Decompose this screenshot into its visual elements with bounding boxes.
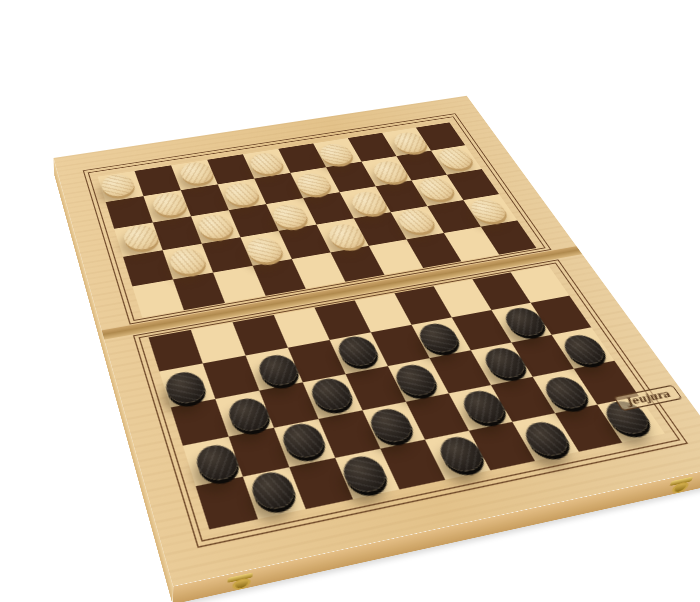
dark-checker-piece[interactable]: ●	[247, 469, 299, 512]
board-upper-panel: ○○○○○○○○○○○○○○○○○○○○	[53, 96, 576, 331]
board-square[interactable]	[149, 330, 203, 372]
board-square[interactable]: ●	[597, 396, 665, 442]
board-square[interactable]	[371, 325, 430, 366]
dark-checker-piece[interactable]: ●	[414, 321, 463, 355]
dark-checker-piece[interactable]: ●	[278, 421, 329, 461]
light-checker-piece[interactable]: ○	[195, 213, 236, 241]
dark-checker-piece[interactable]: ●	[433, 434, 488, 475]
dark-checker-piece[interactable]: ●	[539, 374, 593, 411]
board-square[interactable]: ●	[512, 413, 579, 461]
board-square[interactable]	[469, 422, 535, 470]
lower-grid: ●●●●●●●●●●●●●●●●●●●●	[149, 266, 665, 530]
board-square[interactable]: ●	[362, 402, 424, 449]
board-square[interactable]: ●	[471, 343, 533, 386]
board-square[interactable]: ●	[159, 363, 215, 407]
board-square[interactable]: ●	[183, 437, 243, 487]
dark-checker-piece[interactable]: ●	[519, 419, 575, 459]
product-photo: ○○○○○○○○○○○○○○○○○○○○ ●●●●●●●●●●●●●●●●●●●…	[0, 0, 700, 602]
board-square[interactable]	[233, 315, 288, 356]
brass-clasp-left	[227, 573, 253, 592]
dark-checker-piece[interactable]: ●	[254, 352, 302, 388]
board-square[interactable]	[191, 322, 246, 363]
dark-checker-piece[interactable]: ●	[499, 306, 549, 339]
board-square[interactable]	[315, 300, 371, 340]
board-square[interactable]: ●	[246, 348, 303, 391]
board-square[interactable]: ●	[243, 467, 306, 519]
board-square[interactable]	[196, 477, 258, 530]
board-square[interactable]: ●	[330, 332, 388, 374]
board-square[interactable]	[171, 399, 229, 446]
dark-checker-piece[interactable]: ●	[390, 362, 441, 398]
brand-label: Jeujura	[613, 385, 683, 411]
dark-checker-piece[interactable]: ●	[599, 398, 655, 437]
board-square[interactable]	[288, 340, 346, 382]
board-square[interactable]	[203, 356, 260, 399]
dark-checker-piece[interactable]: ●	[162, 369, 209, 406]
dark-checker-piece[interactable]: ●	[365, 406, 417, 445]
dark-checker-piece[interactable]: ●	[334, 334, 382, 369]
board-square[interactable]	[346, 366, 406, 410]
dark-checker-piece[interactable]: ●	[192, 442, 242, 483]
light-checker-piece[interactable]: ○	[98, 173, 136, 199]
photo-scene: ○○○○○○○○○○○○○○○○○○○○ ●●●●●●●●●●●●●●●●●●●…	[0, 0, 700, 602]
board-square[interactable]	[511, 266, 570, 303]
board-square[interactable]	[259, 382, 318, 427]
dark-checker-piece[interactable]: ●	[479, 345, 531, 380]
board-square[interactable]	[555, 405, 622, 452]
board-square[interactable]: ●	[412, 317, 471, 358]
board-square[interactable]	[430, 350, 491, 393]
board-square[interactable]	[531, 296, 592, 335]
board-square[interactable]: ●	[388, 358, 449, 402]
board-square[interactable]	[319, 410, 381, 458]
board-square[interactable]	[406, 393, 469, 439]
dark-checker-piece[interactable]: ●	[558, 332, 610, 367]
board-square[interactable]: ●	[303, 374, 363, 419]
board-square[interactable]	[380, 440, 445, 490]
brass-clasp-right	[666, 476, 694, 495]
board-square[interactable]	[274, 308, 330, 348]
board-square[interactable]: ●	[425, 431, 490, 480]
board-square[interactable]	[289, 458, 353, 509]
light-checker-piece[interactable]: ○	[222, 181, 262, 207]
board-square[interactable]	[452, 310, 512, 350]
board-square[interactable]	[394, 286, 451, 325]
board-square[interactable]: ●	[449, 385, 513, 431]
draughts-board: ○○○○○○○○○○○○○○○○○○○○ ●●●●●●●●●●●●●●●●●●●…	[53, 96, 700, 587]
board-square[interactable]: ●	[274, 419, 335, 467]
board-square[interactable]: ●	[552, 327, 615, 368]
dark-checker-piece[interactable]: ●	[224, 396, 273, 434]
board-square[interactable]	[355, 293, 412, 332]
light-checker-piece[interactable]: ○	[167, 247, 209, 277]
dark-checker-piece[interactable]: ●	[337, 453, 390, 495]
board-square[interactable]: ●	[491, 303, 551, 343]
dark-checker-piece[interactable]: ●	[307, 376, 357, 413]
board-square[interactable]	[511, 335, 573, 377]
board-square[interactable]	[491, 377, 555, 422]
board-square[interactable]: ●	[533, 369, 598, 413]
board-square[interactable]: ●	[215, 391, 274, 437]
board-square[interactable]	[574, 361, 639, 405]
board-square[interactable]	[229, 428, 290, 477]
board-square[interactable]: ●	[335, 449, 399, 500]
dark-checker-piece[interactable]: ●	[457, 388, 510, 426]
